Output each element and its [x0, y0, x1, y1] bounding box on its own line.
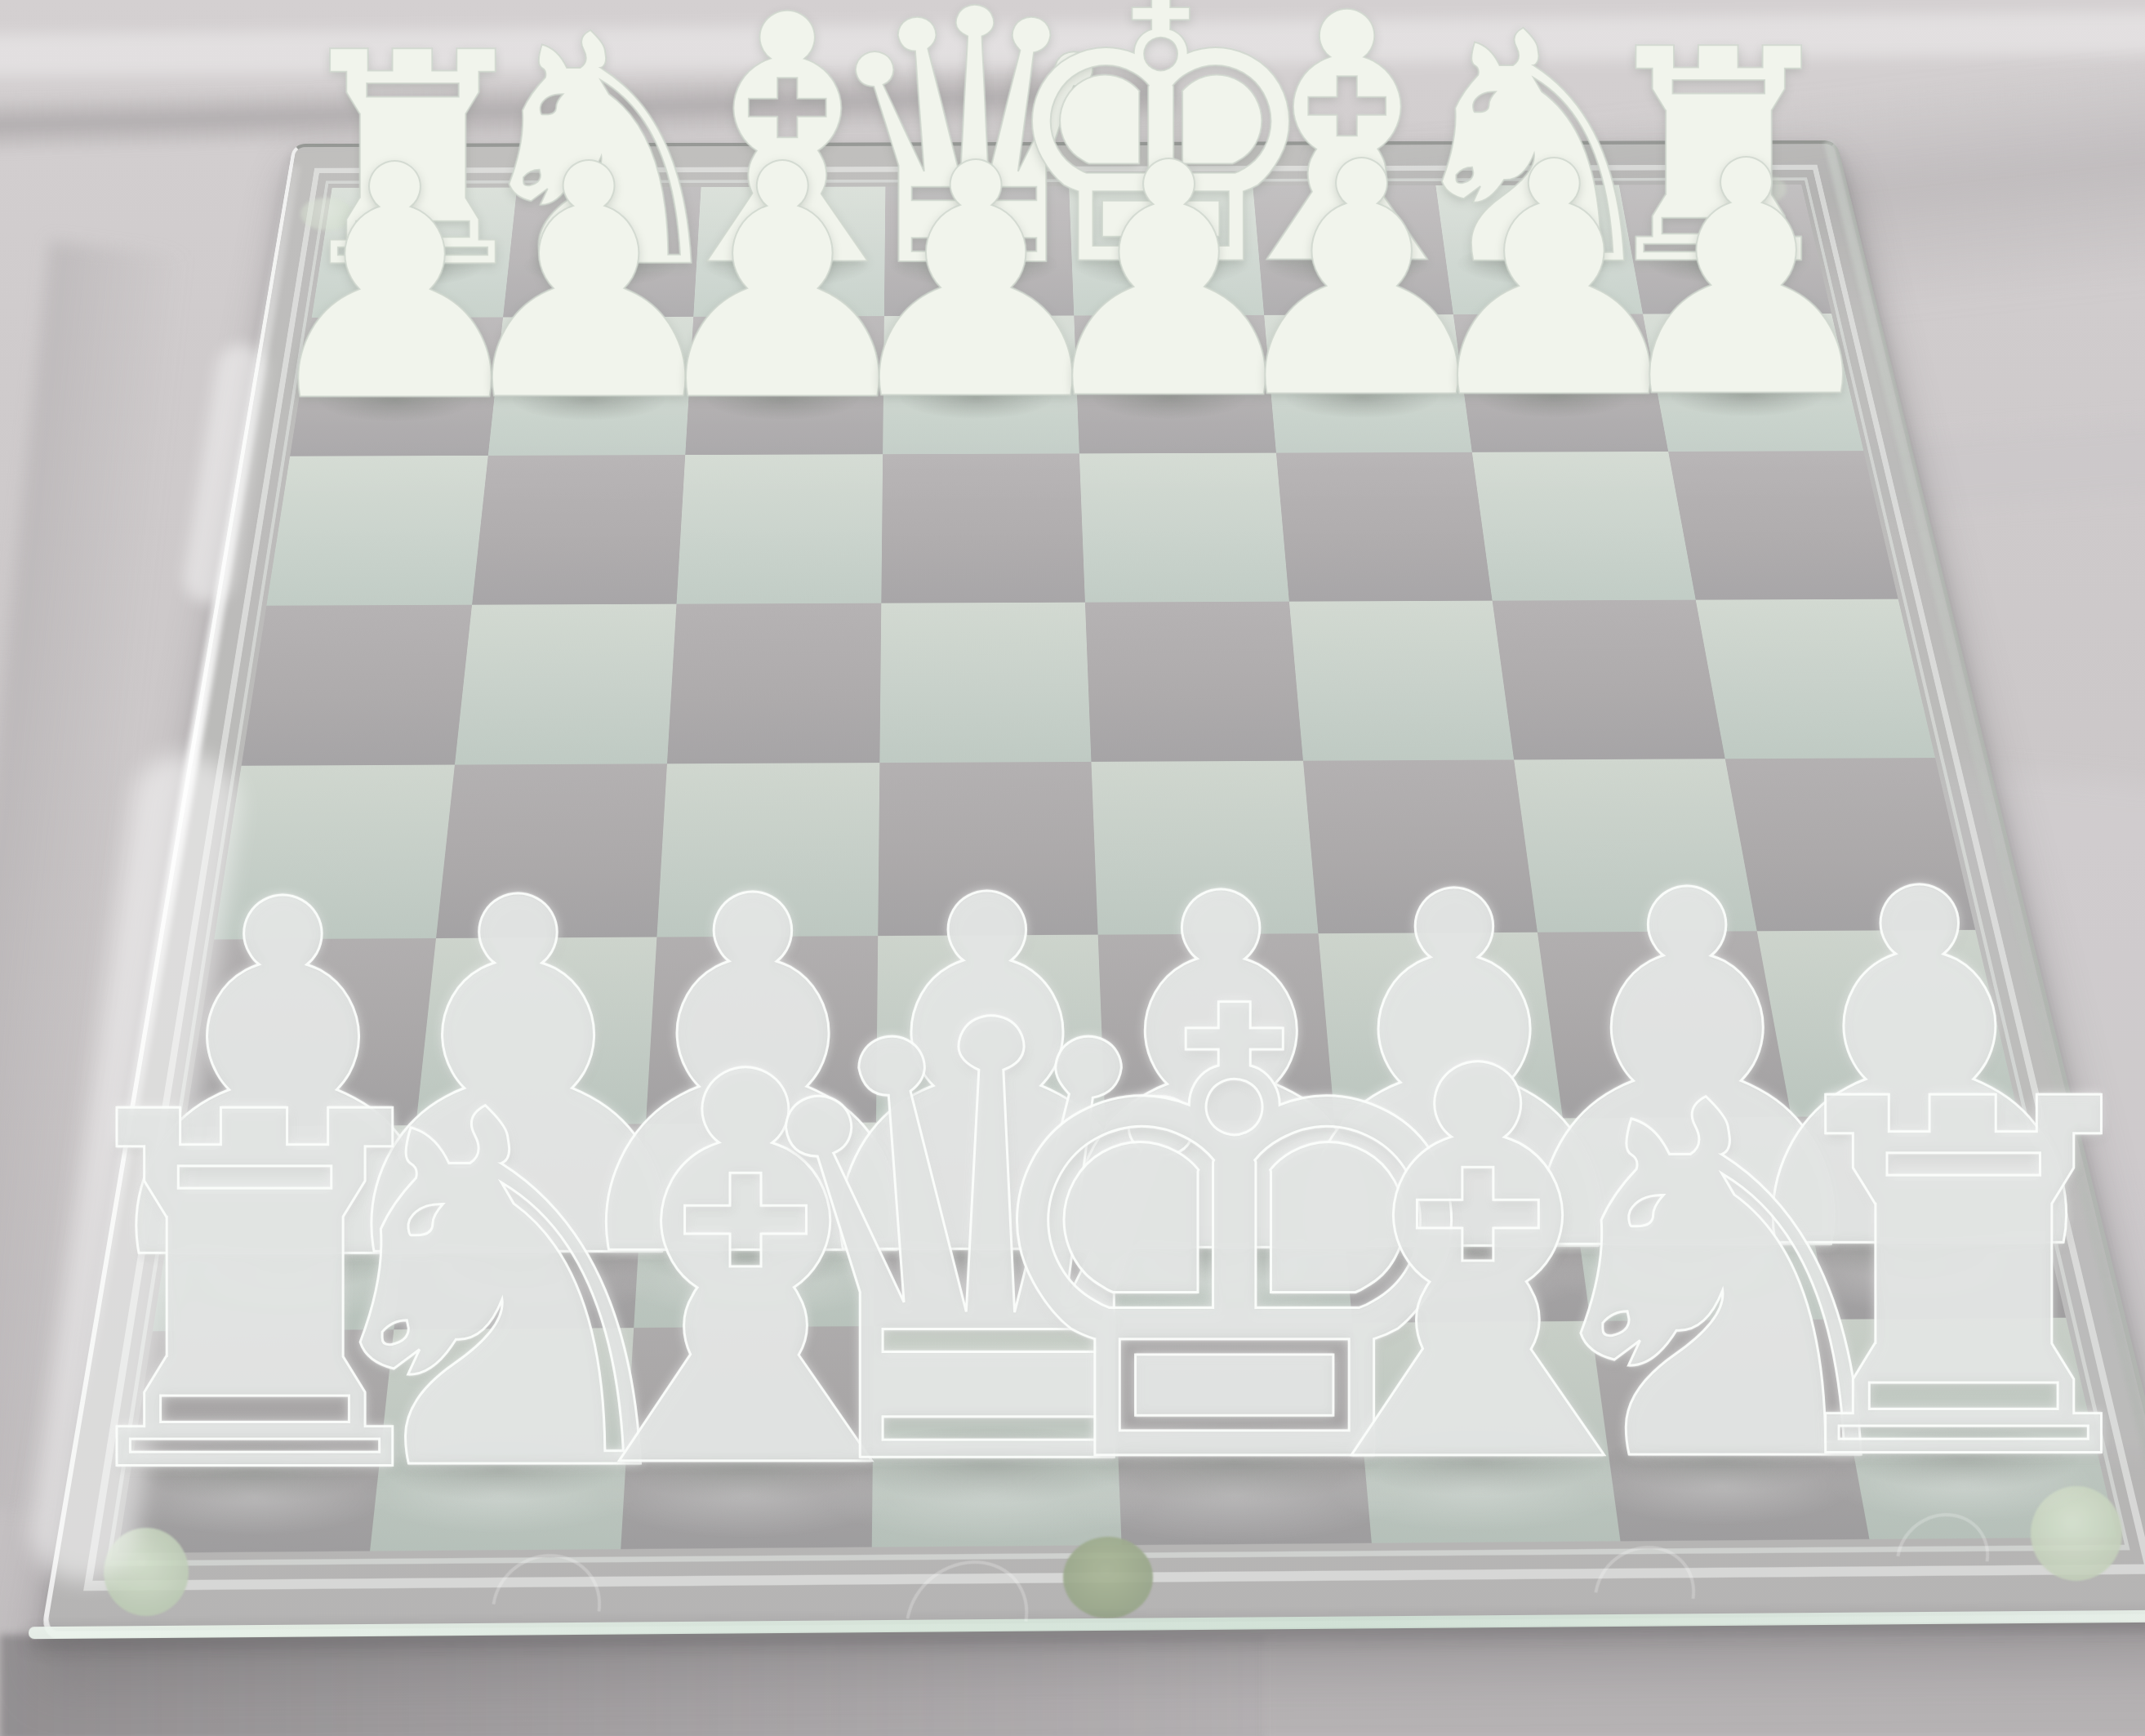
pieces-layer: ♜♞♝♛♚♝♞♜♟♟♟♟♟♟♟♟♟♟♟♟♟♟♟♟♜♞♝♛♚♝♞♜ — [0, 0, 2145, 1736]
photo-stage: ♜♞♝♛♚♝♞♜♟♟♟♟♟♟♟♟♟♟♟♟♟♟♟♟♜♞♝♛♚♝♞♜ — [0, 0, 2145, 1736]
clear-rook-h1: ♜ — [1744, 1038, 2145, 1528]
frosted-pawn-h7: ♟ — [1602, 119, 1891, 442]
